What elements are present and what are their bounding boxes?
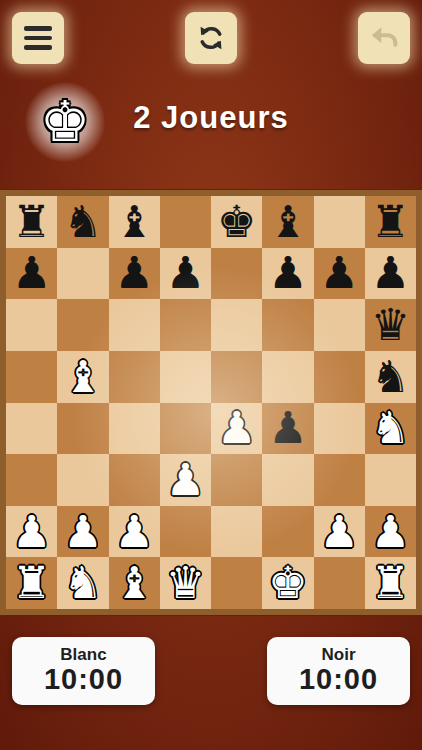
piece-black-pawn[interactable]: ♟	[268, 251, 307, 295]
piece-black-pawn[interactable]: ♟	[319, 251, 358, 295]
square-g8[interactable]	[314, 196, 365, 248]
square-h3[interactable]	[365, 454, 416, 506]
square-h8[interactable]: ♜	[365, 196, 416, 248]
square-e2[interactable]	[211, 506, 262, 558]
square-g6[interactable]	[314, 299, 365, 351]
refresh-icon	[195, 22, 227, 54]
piece-black-knight[interactable]: ♞	[371, 355, 410, 399]
square-a8[interactable]: ♜	[6, 196, 57, 248]
square-h6[interactable]: ♛	[365, 299, 416, 351]
square-a7[interactable]: ♟	[6, 248, 57, 300]
piece-white-knight[interactable]: ♞	[371, 406, 410, 450]
square-e4[interactable]: ♟	[211, 403, 262, 455]
white-clock: Blanc 10:00	[12, 637, 155, 705]
square-d7[interactable]: ♟	[160, 248, 211, 300]
square-e3[interactable]	[211, 454, 262, 506]
square-f6[interactable]	[262, 299, 313, 351]
piece-black-knight[interactable]: ♞	[63, 200, 102, 244]
menu-button[interactable]	[12, 12, 64, 64]
square-h4[interactable]: ♞	[365, 403, 416, 455]
piece-white-pawn[interactable]: ♟	[114, 510, 153, 554]
square-f8[interactable]: ♝	[262, 196, 313, 248]
square-g2[interactable]: ♟	[314, 506, 365, 558]
square-c7[interactable]: ♟	[109, 248, 160, 300]
square-f2[interactable]	[262, 506, 313, 558]
board-grid: ♜♞♝♚♝♜♟♟♟♟♟♟♛♝♞♟♟♞♟♟♟♟♟♟♜♞♝♛♚♜	[6, 196, 416, 609]
square-d3[interactable]: ♟	[160, 454, 211, 506]
square-a2[interactable]: ♟	[6, 506, 57, 558]
piece-white-rook[interactable]: ♜	[12, 561, 51, 605]
square-h2[interactable]: ♟	[365, 506, 416, 558]
piece-white-pawn[interactable]: ♟	[12, 510, 51, 554]
square-e5[interactable]	[211, 351, 262, 403]
square-c4[interactable]	[109, 403, 160, 455]
square-d8[interactable]	[160, 196, 211, 248]
square-g5[interactable]	[314, 351, 365, 403]
header: ♚ 2 Joueurs	[0, 64, 422, 190]
square-c3[interactable]	[109, 454, 160, 506]
piece-white-bishop[interactable]: ♝	[114, 561, 153, 605]
square-c1[interactable]: ♝	[109, 557, 160, 609]
piece-black-bishop[interactable]: ♝	[268, 200, 307, 244]
piece-white-pawn[interactable]: ♟	[217, 406, 256, 450]
square-c6[interactable]	[109, 299, 160, 351]
square-d1[interactable]: ♛	[160, 557, 211, 609]
toolbar	[0, 0, 422, 64]
square-b6[interactable]	[57, 299, 108, 351]
square-c8[interactable]: ♝	[109, 196, 160, 248]
black-clock: Noir 10:00	[267, 637, 410, 705]
piece-white-queen[interactable]: ♛	[166, 561, 205, 605]
square-f1[interactable]: ♚	[262, 557, 313, 609]
square-f7[interactable]: ♟	[262, 248, 313, 300]
square-d6[interactable]	[160, 299, 211, 351]
refresh-button[interactable]	[185, 12, 237, 64]
square-f4[interactable]: ♟	[262, 403, 313, 455]
piece-white-pawn[interactable]: ♟	[166, 458, 205, 502]
piece-white-rook[interactable]: ♜	[371, 561, 410, 605]
piece-black-bishop[interactable]: ♝	[114, 200, 153, 244]
page-title: 2 Joueurs	[0, 100, 422, 136]
piece-white-pawn[interactable]: ♟	[319, 510, 358, 554]
piece-black-queen[interactable]: ♛	[371, 303, 410, 347]
white-clock-label: Blanc	[60, 646, 106, 665]
square-f5[interactable]	[262, 351, 313, 403]
piece-black-pawn[interactable]: ♟	[268, 406, 307, 450]
square-h7[interactable]: ♟	[365, 248, 416, 300]
piece-white-king[interactable]: ♚	[268, 561, 307, 605]
piece-white-bishop[interactable]: ♝	[63, 355, 102, 399]
black-clock-time: 10:00	[299, 664, 378, 696]
piece-black-king[interactable]: ♚	[217, 200, 256, 244]
square-h5[interactable]: ♞	[365, 351, 416, 403]
square-g1[interactable]	[314, 557, 365, 609]
piece-white-pawn[interactable]: ♟	[63, 510, 102, 554]
square-b7[interactable]	[57, 248, 108, 300]
square-b3[interactable]	[57, 454, 108, 506]
piece-black-pawn[interactable]: ♟	[12, 251, 51, 295]
square-e1[interactable]	[211, 557, 262, 609]
chess-board: ♜♞♝♚♝♜♟♟♟♟♟♟♛♝♞♟♟♞♟♟♟♟♟♟♜♞♝♛♚♜	[0, 190, 422, 615]
square-e8[interactable]: ♚	[211, 196, 262, 248]
square-b1[interactable]: ♞	[57, 557, 108, 609]
piece-black-pawn[interactable]: ♟	[371, 251, 410, 295]
black-clock-label: Noir	[322, 646, 356, 665]
square-b8[interactable]: ♞	[57, 196, 108, 248]
square-e6[interactable]	[211, 299, 262, 351]
square-e7[interactable]	[211, 248, 262, 300]
piece-black-rook[interactable]: ♜	[12, 200, 51, 244]
undo-arrow-icon	[368, 22, 400, 54]
square-b5[interactable]: ♝	[57, 351, 108, 403]
square-g7[interactable]: ♟	[314, 248, 365, 300]
square-b2[interactable]: ♟	[57, 506, 108, 558]
undo-button[interactable]	[358, 12, 410, 64]
square-c5[interactable]	[109, 351, 160, 403]
piece-black-pawn[interactable]: ♟	[114, 251, 153, 295]
clocks-row: Blanc 10:00 Noir 10:00	[0, 637, 422, 705]
square-a3[interactable]	[6, 454, 57, 506]
square-f3[interactable]	[262, 454, 313, 506]
hamburger-icon	[24, 26, 52, 50]
square-d2[interactable]	[160, 506, 211, 558]
square-g3[interactable]	[314, 454, 365, 506]
square-a5[interactable]	[6, 351, 57, 403]
piece-white-pawn[interactable]: ♟	[371, 510, 410, 554]
square-c2[interactable]: ♟	[109, 506, 160, 558]
square-h1[interactable]: ♜	[365, 557, 416, 609]
square-a4[interactable]	[6, 403, 57, 455]
piece-black-rook[interactable]: ♜	[371, 200, 410, 244]
piece-white-knight[interactable]: ♞	[63, 561, 102, 605]
white-clock-time: 10:00	[44, 664, 123, 696]
square-d5[interactable]	[160, 351, 211, 403]
square-a6[interactable]	[6, 299, 57, 351]
square-d4[interactable]	[160, 403, 211, 455]
square-b4[interactable]	[57, 403, 108, 455]
piece-black-pawn[interactable]: ♟	[166, 251, 205, 295]
square-g4[interactable]	[314, 403, 365, 455]
square-a1[interactable]: ♜	[6, 557, 57, 609]
